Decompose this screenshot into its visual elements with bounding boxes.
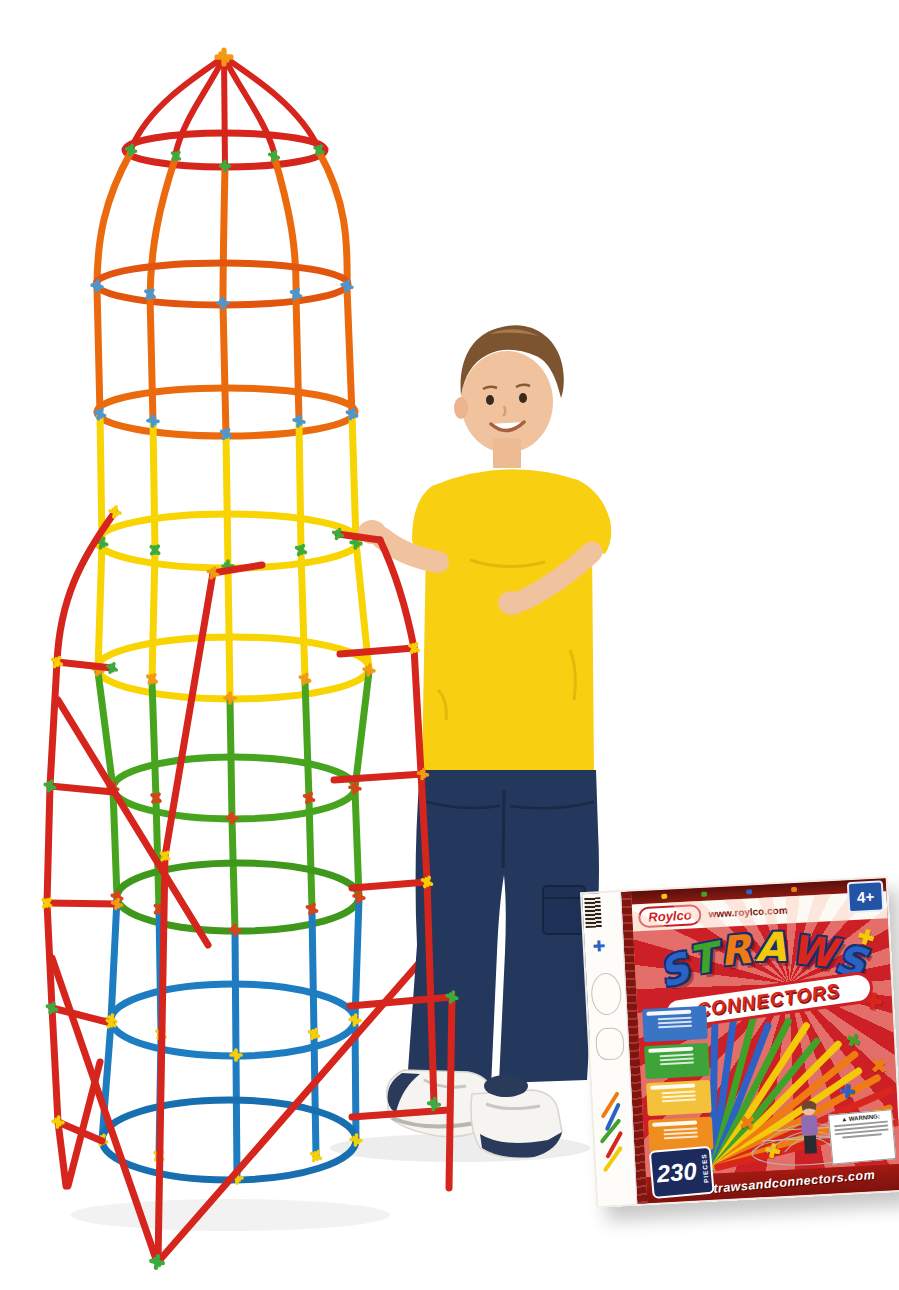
warning-icon: ▲ xyxy=(841,1116,847,1122)
box-front: Roylco www.roylco.com 4+ S T R A W S & C… xyxy=(631,878,899,1203)
barcode xyxy=(584,897,602,928)
photo-stage: ✚ Roylco www.roylco.com 4+ S T R A W S & xyxy=(0,0,899,1290)
title-letter: W xyxy=(788,926,837,976)
left-fin xyxy=(47,512,208,1186)
straw-tower xyxy=(37,47,420,1271)
boy-head xyxy=(461,351,553,453)
language-panels xyxy=(642,1006,714,1157)
tower-dome xyxy=(97,152,347,305)
title-letter: R xyxy=(718,926,753,975)
tower-cone xyxy=(131,57,319,166)
tower-section-orange xyxy=(97,288,352,434)
piece-count-badge: 230 PIECES xyxy=(649,1146,715,1199)
connector-icon: ✚ xyxy=(592,937,606,956)
boy-figure xyxy=(358,325,611,1157)
boy-eye-left xyxy=(486,395,494,405)
piece-unit: PIECES xyxy=(700,1153,710,1183)
product-box: ✚ Roylco www.roylco.com 4+ S T R A W S & xyxy=(580,876,899,1208)
title-letter: A xyxy=(756,924,787,970)
boy-shirt xyxy=(412,469,611,772)
boy-jeans xyxy=(407,770,599,1088)
language-panel xyxy=(644,1043,710,1079)
warning-box: ▲ WARNING: xyxy=(828,1109,896,1164)
boy-eye-right xyxy=(519,393,527,403)
age-badge: 4+ xyxy=(847,880,885,913)
boy-right-hand xyxy=(498,591,526,615)
language-panel xyxy=(642,1006,708,1042)
language-panel xyxy=(646,1080,712,1116)
piece-count: 230 xyxy=(656,1157,698,1188)
boy-ear xyxy=(454,397,468,419)
tower-section-blue xyxy=(102,899,359,1178)
tower-section-green xyxy=(98,672,369,930)
tower-shadow xyxy=(70,1199,390,1231)
